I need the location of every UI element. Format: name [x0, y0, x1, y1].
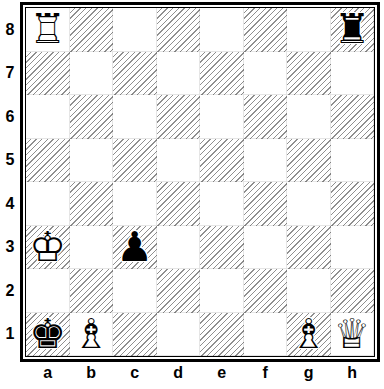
square-d8[interactable] [157, 8, 201, 52]
square-b5[interactable] [70, 139, 114, 183]
square-e3[interactable] [200, 226, 244, 270]
white-king[interactable]: ♚♔ [26, 226, 70, 270]
square-e8[interactable] [200, 8, 244, 52]
file-label-b: b [70, 360, 114, 386]
square-d3[interactable] [157, 226, 201, 270]
piece-glyph: ♕ [331, 313, 375, 357]
black-rook[interactable]: ♜♜ [331, 8, 375, 52]
white-rook[interactable]: ♜♖ [26, 8, 70, 52]
square-d6[interactable] [157, 95, 201, 139]
square-g5[interactable] [287, 139, 331, 183]
square-f2[interactable] [244, 269, 288, 313]
rank-label-2: 2 [0, 269, 20, 313]
square-a8[interactable]: ♜♖ [26, 8, 70, 52]
square-b7[interactable] [70, 52, 114, 96]
square-d1[interactable] [157, 313, 201, 357]
square-c4[interactable] [113, 182, 157, 226]
piece-glyph: ♗ [70, 313, 114, 357]
piece-glyph: ♜ [331, 8, 375, 52]
square-g7[interactable] [287, 52, 331, 96]
square-c5[interactable] [113, 139, 157, 183]
rank-label-8: 8 [0, 8, 20, 52]
square-a1[interactable]: ♚♚ [26, 313, 70, 357]
square-e6[interactable] [200, 95, 244, 139]
square-a2[interactable] [26, 269, 70, 313]
file-label-d: d [157, 360, 201, 386]
rank-label-7: 7 [0, 52, 20, 96]
square-c3[interactable]: ♟♟ [113, 226, 157, 270]
square-e4[interactable] [200, 182, 244, 226]
rank-label-1: 1 [0, 313, 20, 357]
black-king[interactable]: ♚♚ [26, 313, 70, 357]
square-h6[interactable] [331, 95, 375, 139]
square-f3[interactable] [244, 226, 288, 270]
white-queen[interactable]: ♛♕ [331, 313, 375, 357]
file-label-a: a [26, 360, 70, 386]
piece-glyph: ♚ [26, 313, 70, 357]
board-frame: ♜♖♜♜♚♔♟♟♚♚♝♗♝♗♛♕ [20, 2, 380, 362]
rank-label-4: 4 [0, 182, 20, 226]
rank-label-3: 3 [0, 226, 20, 270]
square-h3[interactable] [331, 226, 375, 270]
square-e1[interactable] [200, 313, 244, 357]
square-f1[interactable] [244, 313, 288, 357]
rank-labels: 87654321 [0, 8, 20, 356]
square-a4[interactable] [26, 182, 70, 226]
square-d2[interactable] [157, 269, 201, 313]
square-h4[interactable] [331, 182, 375, 226]
file-label-e: e [200, 360, 244, 386]
square-h7[interactable] [331, 52, 375, 96]
square-b2[interactable] [70, 269, 114, 313]
square-h2[interactable] [331, 269, 375, 313]
square-c2[interactable] [113, 269, 157, 313]
square-b8[interactable] [70, 8, 114, 52]
piece-glyph: ♗ [287, 313, 331, 357]
square-f4[interactable] [244, 182, 288, 226]
square-c8[interactable] [113, 8, 157, 52]
square-f6[interactable] [244, 95, 288, 139]
square-g6[interactable] [287, 95, 331, 139]
square-h8[interactable]: ♜♜ [331, 8, 375, 52]
square-a3[interactable]: ♚♔ [26, 226, 70, 270]
square-e2[interactable] [200, 269, 244, 313]
square-b1[interactable]: ♝♗ [70, 313, 114, 357]
board-inner-border: ♜♖♜♜♚♔♟♟♚♚♝♗♝♗♛♕ [25, 7, 375, 357]
square-h5[interactable] [331, 139, 375, 183]
square-a7[interactable] [26, 52, 70, 96]
square-g3[interactable] [287, 226, 331, 270]
file-label-c: c [113, 360, 157, 386]
square-b6[interactable] [70, 95, 114, 139]
square-d7[interactable] [157, 52, 201, 96]
square-b3[interactable] [70, 226, 114, 270]
rank-label-5: 5 [0, 139, 20, 183]
square-d4[interactable] [157, 182, 201, 226]
square-f5[interactable] [244, 139, 288, 183]
square-c1[interactable] [113, 313, 157, 357]
square-g2[interactable] [287, 269, 331, 313]
file-label-g: g [287, 360, 331, 386]
square-e5[interactable] [200, 139, 244, 183]
square-e7[interactable] [200, 52, 244, 96]
square-c6[interactable] [113, 95, 157, 139]
square-g1[interactable]: ♝♗ [287, 313, 331, 357]
square-c7[interactable] [113, 52, 157, 96]
file-label-f: f [244, 360, 288, 386]
piece-glyph: ♟ [113, 226, 157, 270]
square-f8[interactable] [244, 8, 288, 52]
black-pawn[interactable]: ♟♟ [113, 226, 157, 270]
chess-diagram: 87654321 ♜♖♜♜♚♔♟♟♚♚♝♗♝♗♛♕ abcdefgh [0, 0, 384, 389]
file-label-h: h [331, 360, 375, 386]
square-a6[interactable] [26, 95, 70, 139]
chess-board: ♜♖♜♜♚♔♟♟♚♚♝♗♝♗♛♕ [26, 8, 374, 356]
rank-label-6: 6 [0, 95, 20, 139]
piece-glyph: ♔ [26, 226, 70, 270]
square-g4[interactable] [287, 182, 331, 226]
square-a5[interactable] [26, 139, 70, 183]
white-bishop[interactable]: ♝♗ [287, 313, 331, 357]
piece-glyph: ♖ [26, 8, 70, 52]
square-d5[interactable] [157, 139, 201, 183]
square-f7[interactable] [244, 52, 288, 96]
square-g8[interactable] [287, 8, 331, 52]
square-b4[interactable] [70, 182, 114, 226]
white-bishop[interactable]: ♝♗ [70, 313, 114, 357]
square-h1[interactable]: ♛♕ [331, 313, 375, 357]
file-labels: abcdefgh [26, 360, 374, 386]
